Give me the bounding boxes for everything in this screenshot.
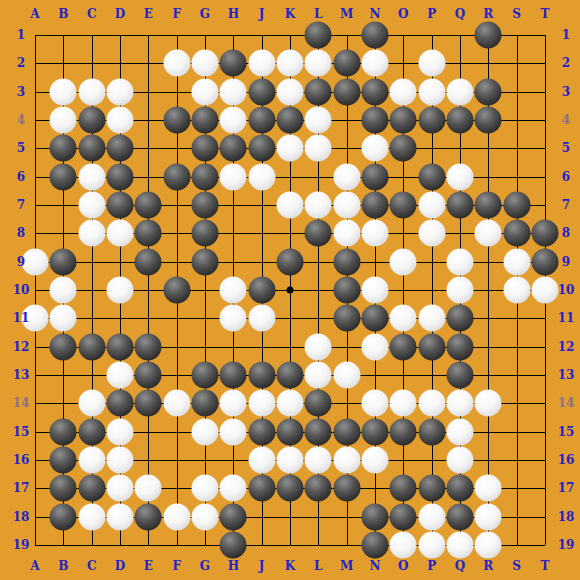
black-stone-e14 bbox=[135, 390, 162, 417]
white-stone-p2 bbox=[418, 50, 445, 77]
black-stone-b17 bbox=[50, 475, 77, 502]
black-stone-n7 bbox=[361, 191, 388, 218]
white-stone-d3 bbox=[106, 78, 133, 105]
black-stone-j5 bbox=[248, 135, 275, 162]
black-stone-e18 bbox=[135, 503, 162, 530]
row-label-left-14: 14 bbox=[13, 396, 30, 410]
black-stone-q11 bbox=[446, 305, 473, 332]
black-stone-e12 bbox=[135, 333, 162, 360]
column-label-top-p: P bbox=[427, 7, 436, 21]
black-stone-e8 bbox=[135, 220, 162, 247]
black-stone-k9 bbox=[276, 248, 303, 275]
black-stone-r7 bbox=[475, 191, 502, 218]
black-stone-d7 bbox=[106, 191, 133, 218]
row-label-left-18: 18 bbox=[13, 510, 30, 524]
black-stone-b18 bbox=[50, 503, 77, 530]
white-stone-l16 bbox=[305, 446, 332, 473]
white-stone-q3 bbox=[446, 78, 473, 105]
row-label-left-15: 15 bbox=[13, 425, 30, 439]
black-stone-t9 bbox=[531, 248, 558, 275]
black-stone-r1 bbox=[475, 22, 502, 49]
white-stone-h4 bbox=[220, 106, 247, 133]
white-stone-j2 bbox=[248, 50, 275, 77]
white-stone-g18 bbox=[191, 503, 218, 530]
black-stone-j13 bbox=[248, 361, 275, 388]
white-stone-t10 bbox=[531, 276, 558, 303]
white-stone-d18 bbox=[106, 503, 133, 530]
go-board-screenshot: AABBCCDDEEFFGGHHJJKKLLMMNNOOPPQQRRSSTT11… bbox=[0, 0, 580, 580]
column-label-top-k: K bbox=[285, 7, 295, 21]
row-label-right-18: 18 bbox=[558, 510, 575, 524]
black-stone-d5 bbox=[106, 135, 133, 162]
column-label-top-d: D bbox=[115, 7, 125, 21]
black-stone-c4 bbox=[78, 106, 105, 133]
white-stone-r18 bbox=[475, 503, 502, 530]
white-stone-m6 bbox=[333, 163, 360, 190]
white-stone-q19 bbox=[446, 531, 473, 558]
column-label-bottom-d: D bbox=[115, 559, 125, 573]
row-label-right-19: 19 bbox=[558, 538, 575, 552]
column-label-top-m: M bbox=[340, 7, 353, 21]
row-label-right-6: 6 bbox=[562, 170, 570, 184]
black-stone-c5 bbox=[78, 135, 105, 162]
white-stone-m13 bbox=[333, 361, 360, 388]
white-stone-r17 bbox=[475, 475, 502, 502]
white-stone-p11 bbox=[418, 305, 445, 332]
white-stone-p18 bbox=[418, 503, 445, 530]
white-stone-n14 bbox=[361, 390, 388, 417]
white-stone-k14 bbox=[276, 390, 303, 417]
white-stone-m7 bbox=[333, 191, 360, 218]
column-label-top-n: N bbox=[370, 7, 381, 21]
white-stone-r19 bbox=[475, 531, 502, 558]
black-stone-j17 bbox=[248, 475, 275, 502]
row-label-right-1: 1 bbox=[562, 28, 570, 42]
black-stone-p17 bbox=[418, 475, 445, 502]
column-label-top-b: B bbox=[58, 7, 68, 21]
row-label-left-11: 11 bbox=[13, 311, 30, 325]
white-stone-h17 bbox=[220, 475, 247, 502]
white-stone-r14 bbox=[475, 390, 502, 417]
white-stone-d10 bbox=[106, 276, 133, 303]
row-label-left-6: 6 bbox=[17, 170, 25, 184]
white-stone-f14 bbox=[163, 390, 190, 417]
white-stone-d13 bbox=[106, 361, 133, 388]
black-stone-g13 bbox=[191, 361, 218, 388]
column-label-bottom-m: M bbox=[340, 559, 353, 573]
black-stone-r4 bbox=[475, 106, 502, 133]
black-stone-g6 bbox=[191, 163, 218, 190]
column-label-top-o: O bbox=[398, 7, 408, 21]
black-stone-m11 bbox=[333, 305, 360, 332]
column-label-top-f: F bbox=[172, 7, 181, 21]
white-stone-k2 bbox=[276, 50, 303, 77]
white-stone-r8 bbox=[475, 220, 502, 247]
white-stone-n2 bbox=[361, 50, 388, 77]
column-label-top-h: H bbox=[228, 7, 239, 21]
black-stone-l1 bbox=[305, 22, 332, 49]
row-label-right-14: 14 bbox=[558, 396, 575, 410]
black-stone-g4 bbox=[191, 106, 218, 133]
row-label-right-5: 5 bbox=[562, 141, 570, 155]
white-stone-c18 bbox=[78, 503, 105, 530]
black-stone-n18 bbox=[361, 503, 388, 530]
white-stone-q9 bbox=[446, 248, 473, 275]
black-stone-b5 bbox=[50, 135, 77, 162]
white-stone-h11 bbox=[220, 305, 247, 332]
black-stone-s7 bbox=[503, 191, 530, 218]
black-stone-l8 bbox=[305, 220, 332, 247]
white-stone-l2 bbox=[305, 50, 332, 77]
white-stone-l7 bbox=[305, 191, 332, 218]
black-stone-n4 bbox=[361, 106, 388, 133]
column-label-bottom-n: N bbox=[370, 559, 381, 573]
white-stone-n16 bbox=[361, 446, 388, 473]
black-stone-l14 bbox=[305, 390, 332, 417]
white-stone-c8 bbox=[78, 220, 105, 247]
white-stone-h15 bbox=[220, 418, 247, 445]
white-stone-m16 bbox=[333, 446, 360, 473]
white-stone-j11 bbox=[248, 305, 275, 332]
black-stone-j4 bbox=[248, 106, 275, 133]
column-label-bottom-a: A bbox=[30, 559, 39, 573]
white-stone-q16 bbox=[446, 446, 473, 473]
row-label-right-9: 9 bbox=[562, 255, 570, 269]
column-label-bottom-g: G bbox=[200, 559, 210, 573]
row-label-right-3: 3 bbox=[562, 85, 570, 99]
row-label-right-4: 4 bbox=[562, 113, 570, 127]
row-label-right-10: 10 bbox=[558, 283, 575, 297]
black-stone-k17 bbox=[276, 475, 303, 502]
white-stone-d8 bbox=[106, 220, 133, 247]
black-stone-c15 bbox=[78, 418, 105, 445]
black-stone-q4 bbox=[446, 106, 473, 133]
black-stone-r3 bbox=[475, 78, 502, 105]
white-stone-f18 bbox=[163, 503, 190, 530]
row-label-left-1: 1 bbox=[17, 28, 25, 42]
row-label-left-3: 3 bbox=[17, 85, 25, 99]
column-label-bottom-p: P bbox=[427, 559, 436, 573]
black-stone-e7 bbox=[135, 191, 162, 218]
white-stone-d15 bbox=[106, 418, 133, 445]
row-label-right-17: 17 bbox=[558, 481, 575, 495]
black-stone-n1 bbox=[361, 22, 388, 49]
white-stone-p14 bbox=[418, 390, 445, 417]
white-stone-l4 bbox=[305, 106, 332, 133]
column-label-top-q: Q bbox=[455, 7, 465, 21]
black-stone-q13 bbox=[446, 361, 473, 388]
white-stone-q14 bbox=[446, 390, 473, 417]
row-label-left-17: 17 bbox=[13, 481, 30, 495]
black-stone-j15 bbox=[248, 418, 275, 445]
white-stone-b11 bbox=[50, 305, 77, 332]
black-stone-h19 bbox=[220, 531, 247, 558]
black-stone-p6 bbox=[418, 163, 445, 190]
white-stone-o11 bbox=[390, 305, 417, 332]
black-stone-k15 bbox=[276, 418, 303, 445]
column-label-bottom-j: J bbox=[259, 559, 265, 573]
column-label-bottom-l: L bbox=[314, 559, 322, 573]
white-stone-d4 bbox=[106, 106, 133, 133]
row-label-left-7: 7 bbox=[17, 198, 25, 212]
white-stone-l5 bbox=[305, 135, 332, 162]
row-label-left-4: 4 bbox=[17, 113, 25, 127]
column-label-top-e: E bbox=[144, 7, 153, 21]
black-stone-h13 bbox=[220, 361, 247, 388]
white-stone-b10 bbox=[50, 276, 77, 303]
black-stone-f4 bbox=[163, 106, 190, 133]
white-stone-k7 bbox=[276, 191, 303, 218]
white-stone-q15 bbox=[446, 418, 473, 445]
row-label-right-11: 11 bbox=[558, 311, 575, 325]
black-stone-o18 bbox=[390, 503, 417, 530]
black-stone-e9 bbox=[135, 248, 162, 275]
black-stone-g5 bbox=[191, 135, 218, 162]
white-stone-e17 bbox=[135, 475, 162, 502]
white-stone-c7 bbox=[78, 191, 105, 218]
black-stone-j10 bbox=[248, 276, 275, 303]
white-stone-k16 bbox=[276, 446, 303, 473]
white-stone-j6 bbox=[248, 163, 275, 190]
black-stone-g9 bbox=[191, 248, 218, 275]
row-label-left-10: 10 bbox=[13, 283, 30, 297]
white-stone-g17 bbox=[191, 475, 218, 502]
black-stone-l3 bbox=[305, 78, 332, 105]
white-stone-s9 bbox=[503, 248, 530, 275]
column-label-bottom-s: S bbox=[512, 559, 521, 573]
column-label-top-j: J bbox=[259, 7, 265, 21]
black-stone-n11 bbox=[361, 305, 388, 332]
black-stone-p12 bbox=[418, 333, 445, 360]
black-stone-n19 bbox=[361, 531, 388, 558]
black-stone-b15 bbox=[50, 418, 77, 445]
black-stone-m2 bbox=[333, 50, 360, 77]
white-stone-h14 bbox=[220, 390, 247, 417]
column-label-top-a: A bbox=[30, 7, 39, 21]
white-stone-p3 bbox=[418, 78, 445, 105]
white-stone-o9 bbox=[390, 248, 417, 275]
white-stone-c14 bbox=[78, 390, 105, 417]
black-stone-b12 bbox=[50, 333, 77, 360]
white-stone-n5 bbox=[361, 135, 388, 162]
row-label-left-19: 19 bbox=[13, 538, 30, 552]
black-stone-d12 bbox=[106, 333, 133, 360]
column-label-top-l: L bbox=[314, 7, 322, 21]
white-stone-q6 bbox=[446, 163, 473, 190]
black-stone-g8 bbox=[191, 220, 218, 247]
black-stone-o12 bbox=[390, 333, 417, 360]
row-label-right-13: 13 bbox=[558, 368, 575, 382]
column-label-bottom-b: B bbox=[58, 559, 68, 573]
white-stone-c16 bbox=[78, 446, 105, 473]
row-label-left-16: 16 bbox=[13, 453, 30, 467]
column-label-bottom-t: T bbox=[541, 559, 550, 573]
black-stone-j3 bbox=[248, 78, 275, 105]
row-label-right-16: 16 bbox=[558, 453, 575, 467]
column-label-top-g: G bbox=[200, 7, 210, 21]
star-point-k10 bbox=[286, 286, 293, 293]
black-stone-d6 bbox=[106, 163, 133, 190]
white-stone-c3 bbox=[78, 78, 105, 105]
black-stone-t8 bbox=[531, 220, 558, 247]
white-stone-c6 bbox=[78, 163, 105, 190]
black-stone-q18 bbox=[446, 503, 473, 530]
white-stone-h10 bbox=[220, 276, 247, 303]
row-label-right-15: 15 bbox=[558, 425, 575, 439]
white-stone-b4 bbox=[50, 106, 77, 133]
white-stone-o19 bbox=[390, 531, 417, 558]
black-stone-n15 bbox=[361, 418, 388, 445]
black-stone-d14 bbox=[106, 390, 133, 417]
black-stone-o7 bbox=[390, 191, 417, 218]
white-stone-d16 bbox=[106, 446, 133, 473]
white-stone-p8 bbox=[418, 220, 445, 247]
white-stone-l12 bbox=[305, 333, 332, 360]
black-stone-p15 bbox=[418, 418, 445, 445]
black-stone-l15 bbox=[305, 418, 332, 445]
white-stone-h3 bbox=[220, 78, 247, 105]
black-stone-f6 bbox=[163, 163, 190, 190]
black-stone-k13 bbox=[276, 361, 303, 388]
column-label-top-c: C bbox=[87, 7, 97, 21]
white-stone-h6 bbox=[220, 163, 247, 190]
white-stone-o14 bbox=[390, 390, 417, 417]
black-stone-g14 bbox=[191, 390, 218, 417]
white-stone-k5 bbox=[276, 135, 303, 162]
white-stone-o3 bbox=[390, 78, 417, 105]
white-stone-p7 bbox=[418, 191, 445, 218]
white-stone-n12 bbox=[361, 333, 388, 360]
white-stone-d17 bbox=[106, 475, 133, 502]
black-stone-k4 bbox=[276, 106, 303, 133]
column-label-top-r: R bbox=[483, 7, 493, 21]
black-stone-p4 bbox=[418, 106, 445, 133]
column-label-bottom-e: E bbox=[144, 559, 153, 573]
black-stone-n3 bbox=[361, 78, 388, 105]
white-stone-s10 bbox=[503, 276, 530, 303]
black-stone-n6 bbox=[361, 163, 388, 190]
black-stone-m3 bbox=[333, 78, 360, 105]
black-stone-q17 bbox=[446, 475, 473, 502]
row-label-left-5: 5 bbox=[17, 141, 25, 155]
row-label-right-8: 8 bbox=[562, 226, 570, 240]
row-label-left-2: 2 bbox=[17, 56, 25, 70]
column-label-top-s: S bbox=[512, 7, 521, 21]
row-label-right-7: 7 bbox=[562, 198, 570, 212]
black-stone-o15 bbox=[390, 418, 417, 445]
column-label-bottom-q: Q bbox=[455, 559, 465, 573]
black-stone-o5 bbox=[390, 135, 417, 162]
black-stone-q12 bbox=[446, 333, 473, 360]
white-stone-k3 bbox=[276, 78, 303, 105]
column-label-bottom-r: R bbox=[483, 559, 493, 573]
black-stone-g7 bbox=[191, 191, 218, 218]
black-stone-o4 bbox=[390, 106, 417, 133]
black-stone-b6 bbox=[50, 163, 77, 190]
column-label-bottom-h: H bbox=[228, 559, 239, 573]
black-stone-o17 bbox=[390, 475, 417, 502]
white-stone-g15 bbox=[191, 418, 218, 445]
white-stone-q10 bbox=[446, 276, 473, 303]
black-stone-m9 bbox=[333, 248, 360, 275]
column-label-top-t: T bbox=[541, 7, 550, 21]
white-stone-g2 bbox=[191, 50, 218, 77]
white-stone-b3 bbox=[50, 78, 77, 105]
black-stone-m15 bbox=[333, 418, 360, 445]
white-stone-j16 bbox=[248, 446, 275, 473]
white-stone-a9 bbox=[22, 248, 49, 275]
row-label-left-12: 12 bbox=[13, 340, 30, 354]
black-stone-m17 bbox=[333, 475, 360, 502]
black-stone-b9 bbox=[50, 248, 77, 275]
row-label-left-9: 9 bbox=[17, 255, 25, 269]
black-stone-q7 bbox=[446, 191, 473, 218]
white-stone-m8 bbox=[333, 220, 360, 247]
white-stone-j14 bbox=[248, 390, 275, 417]
black-stone-h18 bbox=[220, 503, 247, 530]
black-stone-h2 bbox=[220, 50, 247, 77]
row-label-left-13: 13 bbox=[13, 368, 30, 382]
black-stone-c17 bbox=[78, 475, 105, 502]
white-stone-n10 bbox=[361, 276, 388, 303]
row-label-left-8: 8 bbox=[17, 226, 25, 240]
white-stone-p19 bbox=[418, 531, 445, 558]
black-stone-m10 bbox=[333, 276, 360, 303]
black-stone-f10 bbox=[163, 276, 190, 303]
column-label-bottom-c: C bbox=[87, 559, 97, 573]
column-label-bottom-f: F bbox=[172, 559, 181, 573]
row-label-right-2: 2 bbox=[562, 56, 570, 70]
black-stone-l17 bbox=[305, 475, 332, 502]
row-label-right-12: 12 bbox=[558, 340, 575, 354]
white-stone-n8 bbox=[361, 220, 388, 247]
white-stone-l13 bbox=[305, 361, 332, 388]
black-stone-b16 bbox=[50, 446, 77, 473]
column-label-bottom-o: O bbox=[398, 559, 408, 573]
white-stone-g3 bbox=[191, 78, 218, 105]
column-label-bottom-k: K bbox=[285, 559, 295, 573]
black-stone-c12 bbox=[78, 333, 105, 360]
black-stone-h5 bbox=[220, 135, 247, 162]
white-stone-f2 bbox=[163, 50, 190, 77]
black-stone-s8 bbox=[503, 220, 530, 247]
black-stone-e13 bbox=[135, 361, 162, 388]
